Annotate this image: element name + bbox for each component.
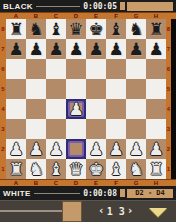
black-pawn-g7[interactable]: ♟: [128, 39, 143, 59]
square-h4[interactable]: [146, 99, 166, 119]
white-clock-chip: [120, 189, 125, 197]
white-pawn-f2[interactable]: ♟: [108, 139, 123, 159]
square-b5[interactable]: [26, 79, 46, 99]
white-pawn-c2[interactable]: ♟: [48, 139, 63, 159]
black-queen-d8[interactable]: ♛: [68, 19, 83, 39]
square-d7[interactable]: ♟: [66, 39, 86, 59]
square-c1[interactable]: ♝: [46, 159, 66, 179]
white-clock: 0:00:08: [83, 189, 117, 198]
square-g1[interactable]: ♞: [126, 159, 146, 179]
square-a7[interactable]: ♟: [6, 39, 26, 59]
square-f2[interactable]: ♟: [106, 139, 126, 159]
bottom-control-bar: ‹ 1 3 ›: [0, 200, 176, 222]
square-h5[interactable]: [146, 79, 166, 99]
square-b8[interactable]: ♞: [26, 19, 46, 39]
square-d2[interactable]: [66, 139, 86, 159]
square-b2[interactable]: ♟: [26, 139, 46, 159]
slider-thumb[interactable]: [62, 201, 82, 222]
square-f3[interactable]: [106, 119, 126, 139]
white-player-label: WHITE: [3, 189, 31, 198]
square-d3[interactable]: [66, 119, 86, 139]
chess-game-screen: BLACK 0:00:05 ABCDEFGH 87654321 ♜♞♝♛♚♝♞♜…: [0, 0, 176, 222]
square-e6[interactable]: [86, 59, 106, 79]
page-indicator: ‹ 1 3 ›: [98, 205, 133, 217]
square-d5[interactable]: [66, 79, 86, 99]
file-labels-bottom: ABCDEFGH: [0, 179, 176, 186]
file-labels-top: ABCDEFGH: [0, 12, 176, 19]
file-label-d: D: [66, 180, 86, 186]
square-a8[interactable]: ♜: [6, 19, 26, 39]
black-pawn-e7[interactable]: ♟: [88, 39, 103, 59]
square-g2[interactable]: ♟: [126, 139, 146, 159]
square-h3[interactable]: [146, 119, 166, 139]
black-bishop-c8[interactable]: ♝: [48, 19, 63, 39]
file-label-a: A: [6, 180, 26, 186]
square-b7[interactable]: ♟: [26, 39, 46, 59]
square-f8[interactable]: ♝: [106, 19, 126, 39]
black-knight-b8[interactable]: ♞: [28, 19, 43, 39]
black-last-move-box: [127, 2, 173, 11]
square-b3[interactable]: [26, 119, 46, 139]
square-f7[interactable]: ♟: [106, 39, 126, 59]
square-e5[interactable]: [86, 79, 106, 99]
square-a3[interactable]: [6, 119, 26, 139]
board-area: 87654321 ♜♞♝♛♚♝♞♜♟♟♟♟♟♟♟♟♟♟♟♟♟♟♟♟♜♞♝♛♚♝♞…: [0, 19, 176, 179]
divider-line: [36, 6, 80, 7]
square-a1[interactable]: ♜: [6, 159, 26, 179]
black-pawn-a7[interactable]: ♟: [8, 39, 23, 59]
white-pawn-g2[interactable]: ♟: [128, 139, 143, 159]
white-queen-d1[interactable]: ♛: [68, 159, 83, 179]
square-c2[interactable]: ♟: [46, 139, 66, 159]
chevron-right-icon[interactable]: ›: [127, 205, 134, 217]
square-d6[interactable]: [66, 59, 86, 79]
square-a4[interactable]: [6, 99, 26, 119]
black-king-e8[interactable]: ♚: [88, 19, 103, 39]
white-pawn-b2[interactable]: ♟: [28, 139, 43, 159]
square-e8[interactable]: ♚: [86, 19, 106, 39]
slider-track: [0, 210, 62, 212]
white-king-e1[interactable]: ♚: [88, 159, 103, 179]
square-h2[interactable]: ♟: [146, 139, 166, 159]
file-label-c: C: [46, 180, 66, 186]
square-e4[interactable]: [86, 99, 106, 119]
menu-down-triangle-icon[interactable]: [149, 208, 167, 217]
black-clock-chip: [120, 2, 125, 10]
black-bishop-f8[interactable]: ♝: [108, 19, 123, 39]
black-clock: 0:00:05: [83, 2, 117, 11]
square-h1[interactable]: ♜: [146, 159, 166, 179]
white-bishop-c1[interactable]: ♝: [48, 159, 63, 179]
black-pawn-c7[interactable]: ♟: [48, 39, 63, 59]
square-c8[interactable]: ♝: [46, 19, 66, 39]
white-bishop-f1[interactable]: ♝: [108, 159, 123, 179]
square-f4[interactable]: [106, 99, 126, 119]
white-rook-h1[interactable]: ♜: [148, 159, 163, 179]
chevron-left-icon[interactable]: ‹: [98, 205, 105, 217]
square-h8[interactable]: ♜: [146, 19, 166, 39]
black-pawn-h7[interactable]: ♟: [148, 39, 163, 59]
square-b1[interactable]: ♞: [26, 159, 46, 179]
square-e1[interactable]: ♚: [86, 159, 106, 179]
square-g4[interactable]: [126, 99, 146, 119]
square-b4[interactable]: [26, 99, 46, 119]
white-knight-g1[interactable]: ♞: [128, 159, 143, 179]
square-d4[interactable]: ♟: [66, 99, 86, 119]
file-label-b: B: [26, 180, 46, 186]
white-pawn-e2[interactable]: ♟: [88, 139, 103, 159]
square-f5[interactable]: [106, 79, 126, 99]
square-g6[interactable]: [126, 59, 146, 79]
white-knight-b1[interactable]: ♞: [28, 159, 43, 179]
square-c7[interactable]: ♟: [46, 39, 66, 59]
square-e7[interactable]: ♟: [86, 39, 106, 59]
white-pawn-d4[interactable]: ♟: [68, 99, 83, 119]
white-status-bar: WHITE 0:00:08 D2 - D4: [0, 186, 176, 200]
file-label-f: F: [106, 180, 126, 186]
square-e2[interactable]: ♟: [86, 139, 106, 159]
chess-board[interactable]: ♜♞♝♛♚♝♞♜♟♟♟♟♟♟♟♟♟♟♟♟♟♟♟♟♜♞♝♛♚♝♞♜: [6, 19, 166, 179]
black-pawn-b7[interactable]: ♟: [28, 39, 43, 59]
square-f6[interactable]: [106, 59, 126, 79]
square-c3[interactable]: [46, 119, 66, 139]
square-g3[interactable]: [126, 119, 146, 139]
square-c4[interactable]: [46, 99, 66, 119]
white-pawn-h2[interactable]: ♟: [148, 139, 163, 159]
file-label-h: H: [146, 180, 166, 186]
black-rook-a8[interactable]: ♜: [8, 19, 23, 39]
square-g5[interactable]: [126, 79, 146, 99]
square-h7[interactable]: ♟: [146, 39, 166, 59]
file-label-g: G: [126, 180, 146, 186]
white-rook-a1[interactable]: ♜: [8, 159, 23, 179]
black-player-label: BLACK: [3, 2, 33, 11]
square-e3[interactable]: [86, 119, 106, 139]
right-edge-filler: [171, 19, 176, 179]
file-label-e: E: [86, 180, 106, 186]
square-c6[interactable]: [46, 59, 66, 79]
square-a2[interactable]: ♟: [6, 139, 26, 159]
square-a6[interactable]: [6, 59, 26, 79]
square-f1[interactable]: ♝: [106, 159, 126, 179]
square-g7[interactable]: ♟: [126, 39, 146, 59]
square-h6[interactable]: [146, 59, 166, 79]
square-d1[interactable]: ♛: [66, 159, 86, 179]
black-rook-h8[interactable]: ♜: [148, 19, 163, 39]
black-knight-g8[interactable]: ♞: [128, 19, 143, 39]
square-g8[interactable]: ♞: [126, 19, 146, 39]
square-c5[interactable]: [46, 79, 66, 99]
page-numbers: 1 3: [107, 206, 125, 217]
divider-line: [34, 193, 81, 194]
white-pawn-a2[interactable]: ♟: [8, 139, 23, 159]
black-status-bar: BLACK 0:00:05: [0, 0, 176, 12]
white-last-move-box: D2 - D4: [127, 189, 173, 198]
square-a5[interactable]: [6, 79, 26, 99]
square-d8[interactable]: ♛: [66, 19, 86, 39]
black-pawn-f7[interactable]: ♟: [108, 39, 123, 59]
black-pawn-d7[interactable]: ♟: [68, 39, 83, 59]
square-b6[interactable]: [26, 59, 46, 79]
